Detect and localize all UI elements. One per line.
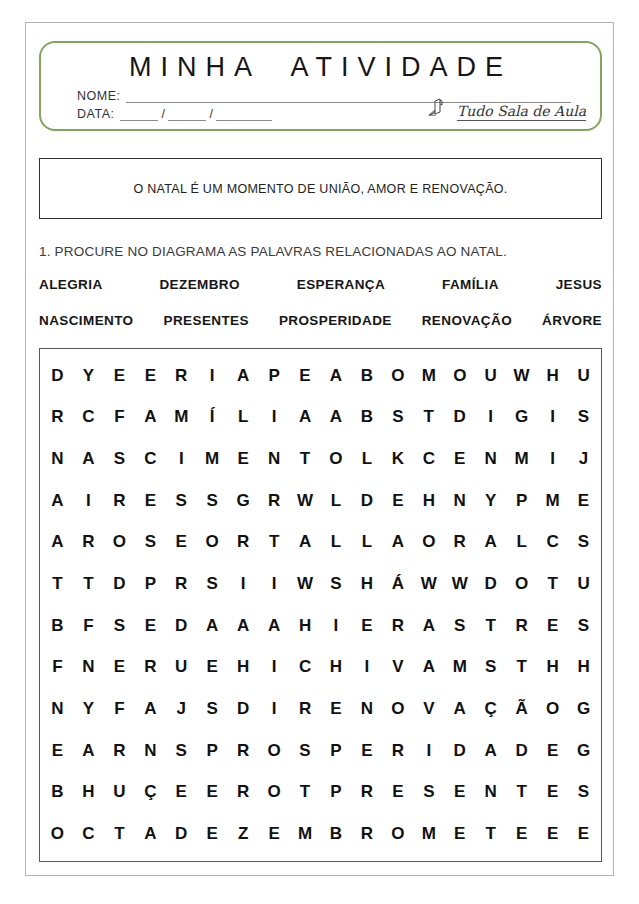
grid-cell: G <box>228 480 259 522</box>
grid-cell: S <box>568 772 599 814</box>
grid-cell: M <box>444 647 475 689</box>
grid-cell: R <box>73 522 104 564</box>
grid-cell: E <box>537 730 568 772</box>
grid-cell: O <box>506 563 537 605</box>
grid-cell: A <box>73 730 104 772</box>
header-box: MINHA ATIVIDADE NOME: DATA: / / Tudo Sal… <box>39 41 602 131</box>
grid-cell: W <box>444 563 475 605</box>
grid-cell: A <box>135 813 166 855</box>
grid-cell: O <box>444 355 475 397</box>
grid-cell: E <box>506 813 537 855</box>
date-label: DATA: <box>77 107 120 121</box>
grid-cell: H <box>537 647 568 689</box>
date-blank-day <box>120 107 158 121</box>
grid-cell: B <box>42 605 73 647</box>
grid-cell: S <box>104 438 135 480</box>
grid-cell: G <box>568 730 599 772</box>
grid-cell: L <box>321 522 352 564</box>
grid-cell: I <box>537 438 568 480</box>
grid-cell: A <box>413 605 444 647</box>
grid-cell: C <box>73 397 104 439</box>
grid-cell: S <box>135 522 166 564</box>
grid-cell: S <box>197 563 228 605</box>
grid-cell: R <box>351 813 382 855</box>
grid-cell: E <box>228 438 259 480</box>
grid-cell: A <box>197 605 228 647</box>
grid-cell: W <box>413 563 444 605</box>
grid-cell: S <box>197 688 228 730</box>
grid-cell: C <box>537 522 568 564</box>
grid-cell: C <box>73 813 104 855</box>
grid-cell: S <box>104 605 135 647</box>
grid-cell: I <box>228 563 259 605</box>
grid-cell: N <box>475 772 506 814</box>
date-blank-year <box>216 107 272 121</box>
grid-cell: E <box>351 605 382 647</box>
grid-cell: D <box>166 605 197 647</box>
grid-cell: T <box>259 522 290 564</box>
word-item: NASCIMENTO <box>39 313 134 328</box>
grid-cell: O <box>259 772 290 814</box>
grid-cell: H <box>537 355 568 397</box>
grid-cell: M <box>290 813 321 855</box>
grid-cell: U <box>104 772 135 814</box>
grid-cell: H <box>568 647 599 689</box>
grid-cell: P <box>135 563 166 605</box>
grid-cell: E <box>568 813 599 855</box>
date-blank-month <box>168 107 206 121</box>
grid-cell: M <box>506 438 537 480</box>
grid-cell: D <box>104 563 135 605</box>
grid-cell: T <box>104 813 135 855</box>
grid-cell: H <box>413 480 444 522</box>
grid-cell: T <box>537 563 568 605</box>
word-item: PROSPERIDADE <box>279 313 392 328</box>
grid-cell: I <box>475 397 506 439</box>
grid-cell: S <box>413 772 444 814</box>
grid-cell: R <box>228 772 259 814</box>
grid-cell: I <box>351 647 382 689</box>
grid-cell: Y <box>475 480 506 522</box>
grid-cell: Y <box>73 688 104 730</box>
grid-cell: E <box>537 813 568 855</box>
grid-cell: A <box>73 438 104 480</box>
grid-cell: N <box>351 688 382 730</box>
grid-cell: T <box>290 772 321 814</box>
grid-cell: S <box>475 647 506 689</box>
grid-cell: T <box>475 813 506 855</box>
word-item: PRESENTES <box>164 313 249 328</box>
grid-cell: U <box>475 355 506 397</box>
grid-cell: S <box>166 730 197 772</box>
grid-cell: E <box>290 355 321 397</box>
grid-cell: D <box>166 813 197 855</box>
grid-cell: O <box>537 688 568 730</box>
grid-cell: A <box>475 730 506 772</box>
grid-cell: E <box>537 772 568 814</box>
grid-cell: P <box>506 480 537 522</box>
grid-cell: L <box>351 522 382 564</box>
grid-cell: U <box>568 563 599 605</box>
grid-cell: H <box>73 772 104 814</box>
word-item: DEZEMBRO <box>159 277 239 292</box>
grid-cell: F <box>42 647 73 689</box>
grid-cell: M <box>413 813 444 855</box>
grid-cell: R <box>104 480 135 522</box>
grid-cell: R <box>228 730 259 772</box>
date-field-row: DATA: / / <box>77 107 317 121</box>
grid-cell: S <box>568 605 599 647</box>
grid-cell: E <box>42 730 73 772</box>
grid-cell: N <box>475 438 506 480</box>
grid-cell: D <box>351 480 382 522</box>
grid-cell: E <box>135 480 166 522</box>
grid-cell: S <box>444 605 475 647</box>
grid-cell: T <box>506 772 537 814</box>
word-item: ESPERANÇA <box>297 277 385 292</box>
grid-cell: L <box>228 397 259 439</box>
grid-cell: F <box>104 397 135 439</box>
grid-cell: R <box>290 688 321 730</box>
grid-cell: E <box>568 480 599 522</box>
grid-cell: A <box>475 522 506 564</box>
grid-cell: N <box>42 688 73 730</box>
grid-cell: E <box>537 605 568 647</box>
grid-cell: A <box>290 397 321 439</box>
grid-cell: A <box>228 355 259 397</box>
grid-cell: O <box>259 730 290 772</box>
grid-cell: O <box>382 688 413 730</box>
grid-cell: I <box>166 438 197 480</box>
grid-cell: A <box>135 688 166 730</box>
grid-cell: S <box>197 480 228 522</box>
grid-cell: Ç <box>135 772 166 814</box>
grid-cell: I <box>259 563 290 605</box>
worksheet-page: MINHA ATIVIDADE NOME: DATA: / / Tudo Sal… <box>25 22 614 876</box>
grid-cell: E <box>382 480 413 522</box>
grid-cell: E <box>104 647 135 689</box>
grid-cell: J <box>568 438 599 480</box>
grid-cell: Í <box>197 397 228 439</box>
grid-cell: Ç <box>475 688 506 730</box>
grid-cell: L <box>506 522 537 564</box>
grid-cell: S <box>568 522 599 564</box>
grid-cell: E <box>197 647 228 689</box>
grid-cell: S <box>290 730 321 772</box>
grid-cell: O <box>104 522 135 564</box>
grid-cell: W <box>290 563 321 605</box>
date-separator: / <box>206 107 216 121</box>
grid-cell: P <box>321 730 352 772</box>
grid-cell: Á <box>382 563 413 605</box>
grid-cell: D <box>444 397 475 439</box>
grid-cell: T <box>413 397 444 439</box>
grid-cell: O <box>321 438 352 480</box>
grid-cell: O <box>382 813 413 855</box>
grid-cell: R <box>382 730 413 772</box>
grid-cell: D <box>444 730 475 772</box>
grid-cell: A <box>228 605 259 647</box>
book-sketch-icon <box>427 97 453 121</box>
word-list-row1: ALEGRIADEZEMBROESPERANÇAFAMÍLIAJESUS <box>39 277 602 292</box>
grid-cell: M <box>537 480 568 522</box>
grid-cell: D <box>228 688 259 730</box>
grid-cell: R <box>259 480 290 522</box>
grid-cell: E <box>351 730 382 772</box>
grid-cell: L <box>321 480 352 522</box>
grid-cell: J <box>166 688 197 730</box>
grid-cell: S <box>321 563 352 605</box>
grid-cell: A <box>42 522 73 564</box>
grid-cell: H <box>321 647 352 689</box>
grid-cell: N <box>135 730 166 772</box>
grid-cell: M <box>166 397 197 439</box>
grid-cell: R <box>228 522 259 564</box>
grid-cell: U <box>166 647 197 689</box>
grid-cell: A <box>321 397 352 439</box>
grid-cell: N <box>259 438 290 480</box>
grid-cell: E <box>444 438 475 480</box>
grid-cell: D <box>42 355 73 397</box>
grid-cell: R <box>135 647 166 689</box>
grid-cell: A <box>135 397 166 439</box>
grid-cell: P <box>197 730 228 772</box>
grid-cell: E <box>321 688 352 730</box>
grid-cell: O <box>42 813 73 855</box>
grid-cell: N <box>444 480 475 522</box>
grid-cell: Y <box>73 355 104 397</box>
grid-cell: R <box>104 730 135 772</box>
grid-cell: U <box>568 355 599 397</box>
logo-text: Tudo Sala de Aula <box>457 103 586 121</box>
grid-cell: H <box>228 647 259 689</box>
grid-cell: S <box>382 397 413 439</box>
grid-cell: W <box>290 480 321 522</box>
grid-cell: T <box>73 563 104 605</box>
grid-cell: B <box>321 813 352 855</box>
word-item: RENOVAÇÃO <box>422 313 512 328</box>
grid-cell: I <box>197 355 228 397</box>
grid-cell: E <box>444 772 475 814</box>
grid-cell: P <box>321 772 352 814</box>
statement-box: O NATAL É UM MOMENTO DE UNIÃO, AMOR E RE… <box>39 158 602 219</box>
grid-cell: R <box>166 563 197 605</box>
grid-cell: E <box>166 522 197 564</box>
grid-cell: R <box>42 397 73 439</box>
grid-cell: I <box>413 730 444 772</box>
grid-cell: A <box>413 647 444 689</box>
grid-cell: G <box>506 397 537 439</box>
grid-cell: E <box>197 813 228 855</box>
grid-cell: I <box>73 480 104 522</box>
grid-cell: N <box>73 647 104 689</box>
grid-cell: M <box>413 355 444 397</box>
grid-cell: O <box>382 355 413 397</box>
name-label: NOME: <box>77 89 126 103</box>
grid-cell: V <box>382 647 413 689</box>
grid-cell: S <box>568 397 599 439</box>
grid-cell: E <box>259 813 290 855</box>
grid-cell: W <box>506 355 537 397</box>
grid-cell: N <box>42 438 73 480</box>
grid-cell: E <box>166 772 197 814</box>
grid-cell: F <box>73 605 104 647</box>
grid-cell: E <box>197 772 228 814</box>
grid-cell: B <box>351 397 382 439</box>
grid-cell: Ã <box>506 688 537 730</box>
grid-cell: A <box>321 355 352 397</box>
word-item: ALEGRIA <box>39 277 103 292</box>
grid-cell: B <box>42 772 73 814</box>
grid-cell: S <box>166 480 197 522</box>
grid-cell: K <box>382 438 413 480</box>
grid-cell: D <box>475 563 506 605</box>
grid-cell: G <box>568 688 599 730</box>
grid-cell: E <box>104 355 135 397</box>
grid-cell: D <box>506 730 537 772</box>
grid-cell: A <box>259 605 290 647</box>
grid-cell: C <box>290 647 321 689</box>
grid-cell: E <box>382 772 413 814</box>
word-item: ÁRVORE <box>542 313 602 328</box>
grid-cell: I <box>259 647 290 689</box>
word-item: JESUS <box>556 277 602 292</box>
grid-cell: A <box>42 480 73 522</box>
grid-cell: I <box>259 688 290 730</box>
grid-cell: C <box>413 438 444 480</box>
grid-cell: I <box>259 397 290 439</box>
grid-cell: E <box>444 813 475 855</box>
grid-cell: V <box>413 688 444 730</box>
grid-cell: M <box>197 438 228 480</box>
grid-cell: T <box>506 647 537 689</box>
word-list-row2: NASCIMENTOPRESENTESPROSPERIDADERENOVAÇÃO… <box>39 313 602 328</box>
grid-cell: E <box>135 355 166 397</box>
word-search-grid: DYEERIAPEABOMOUWHURCFAMÍLIAABSTDIGISNASC… <box>39 348 602 862</box>
grid-cell: R <box>382 605 413 647</box>
page-title: MINHA ATIVIDADE <box>41 52 600 83</box>
grid-cell: L <box>351 438 382 480</box>
grid-cell: I <box>537 397 568 439</box>
grid-cell: T <box>290 438 321 480</box>
word-item: FAMÍLIA <box>442 277 499 292</box>
grid-cell: T <box>475 605 506 647</box>
grid-cell: H <box>351 563 382 605</box>
grid-cell: R <box>351 772 382 814</box>
grid-cell: R <box>444 522 475 564</box>
grid-cell: R <box>166 355 197 397</box>
grid-cell: H <box>290 605 321 647</box>
grid-cell: O <box>197 522 228 564</box>
grid-cell: O <box>413 522 444 564</box>
date-separator: / <box>158 107 168 121</box>
grid-cell: P <box>259 355 290 397</box>
grid-cell: B <box>351 355 382 397</box>
grid-cell: A <box>444 688 475 730</box>
statement-text: O NATAL É UM MOMENTO DE UNIÃO, AMOR E RE… <box>133 182 507 196</box>
grid-cell: T <box>42 563 73 605</box>
grid-cell: A <box>382 522 413 564</box>
grid-cell: R <box>506 605 537 647</box>
grid-cell: I <box>321 605 352 647</box>
grid-cell: F <box>104 688 135 730</box>
grid-cell: C <box>135 438 166 480</box>
brand-logo: Tudo Sala de Aula <box>427 97 586 121</box>
grid-cell: A <box>290 522 321 564</box>
grid-cell: Z <box>228 813 259 855</box>
instruction-text: 1. PROCURE NO DIAGRAMA AS PALAVRAS RELAC… <box>39 244 602 259</box>
grid-cell: E <box>135 605 166 647</box>
